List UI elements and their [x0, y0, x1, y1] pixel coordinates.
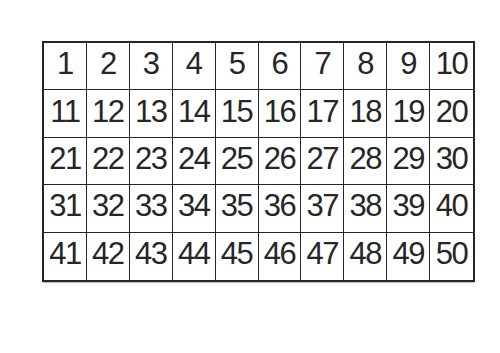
number-chart-board: 1 2 3 4 5 6 7 8 9 10 11 12 13 14 15 16 1… [42, 41, 475, 282]
number-cell: 2 [87, 43, 130, 90]
number-cell: 22 [87, 138, 130, 185]
number-cell: 47 [301, 233, 344, 280]
number-cell: 12 [87, 90, 130, 137]
number-cell: 31 [44, 185, 87, 232]
number-cell: 39 [387, 185, 430, 232]
number-cell: 28 [344, 138, 387, 185]
number-cell: 17 [301, 90, 344, 137]
number-cell: 6 [259, 43, 302, 90]
number-cell: 8 [344, 43, 387, 90]
number-cell: 50 [430, 233, 473, 280]
number-cell: 18 [344, 90, 387, 137]
number-cell: 25 [216, 138, 259, 185]
number-cell: 20 [430, 90, 473, 137]
number-cell: 30 [430, 138, 473, 185]
number-cell: 29 [387, 138, 430, 185]
number-cell: 45 [216, 233, 259, 280]
number-cell: 24 [173, 138, 216, 185]
page: 1 2 3 4 5 6 7 8 9 10 11 12 13 14 15 16 1… [0, 0, 500, 353]
number-cell: 23 [130, 138, 173, 185]
number-cell: 33 [130, 185, 173, 232]
number-cell: 35 [216, 185, 259, 232]
number-cell: 27 [301, 138, 344, 185]
number-cell: 21 [44, 138, 87, 185]
number-cell: 44 [173, 233, 216, 280]
number-cell: 40 [430, 185, 473, 232]
number-cell: 5 [216, 43, 259, 90]
number-cell: 14 [173, 90, 216, 137]
number-cell: 49 [387, 233, 430, 280]
number-cell: 19 [387, 90, 430, 137]
number-cell: 32 [87, 185, 130, 232]
number-cell: 37 [301, 185, 344, 232]
number-cell: 38 [344, 185, 387, 232]
number-cell: 36 [259, 185, 302, 232]
number-cell: 26 [259, 138, 302, 185]
number-cell: 9 [387, 43, 430, 90]
number-cell: 7 [301, 43, 344, 90]
number-cell: 43 [130, 233, 173, 280]
number-cell: 10 [430, 43, 473, 90]
number-cell: 34 [173, 185, 216, 232]
number-cell: 4 [173, 43, 216, 90]
number-cell: 16 [259, 90, 302, 137]
number-cell: 11 [44, 90, 87, 137]
number-cell: 1 [44, 43, 87, 90]
number-cell: 48 [344, 233, 387, 280]
number-cell: 13 [130, 90, 173, 137]
number-cell: 15 [216, 90, 259, 137]
number-cell: 3 [130, 43, 173, 90]
number-cell: 42 [87, 233, 130, 280]
number-cell: 41 [44, 233, 87, 280]
number-cell: 46 [259, 233, 302, 280]
